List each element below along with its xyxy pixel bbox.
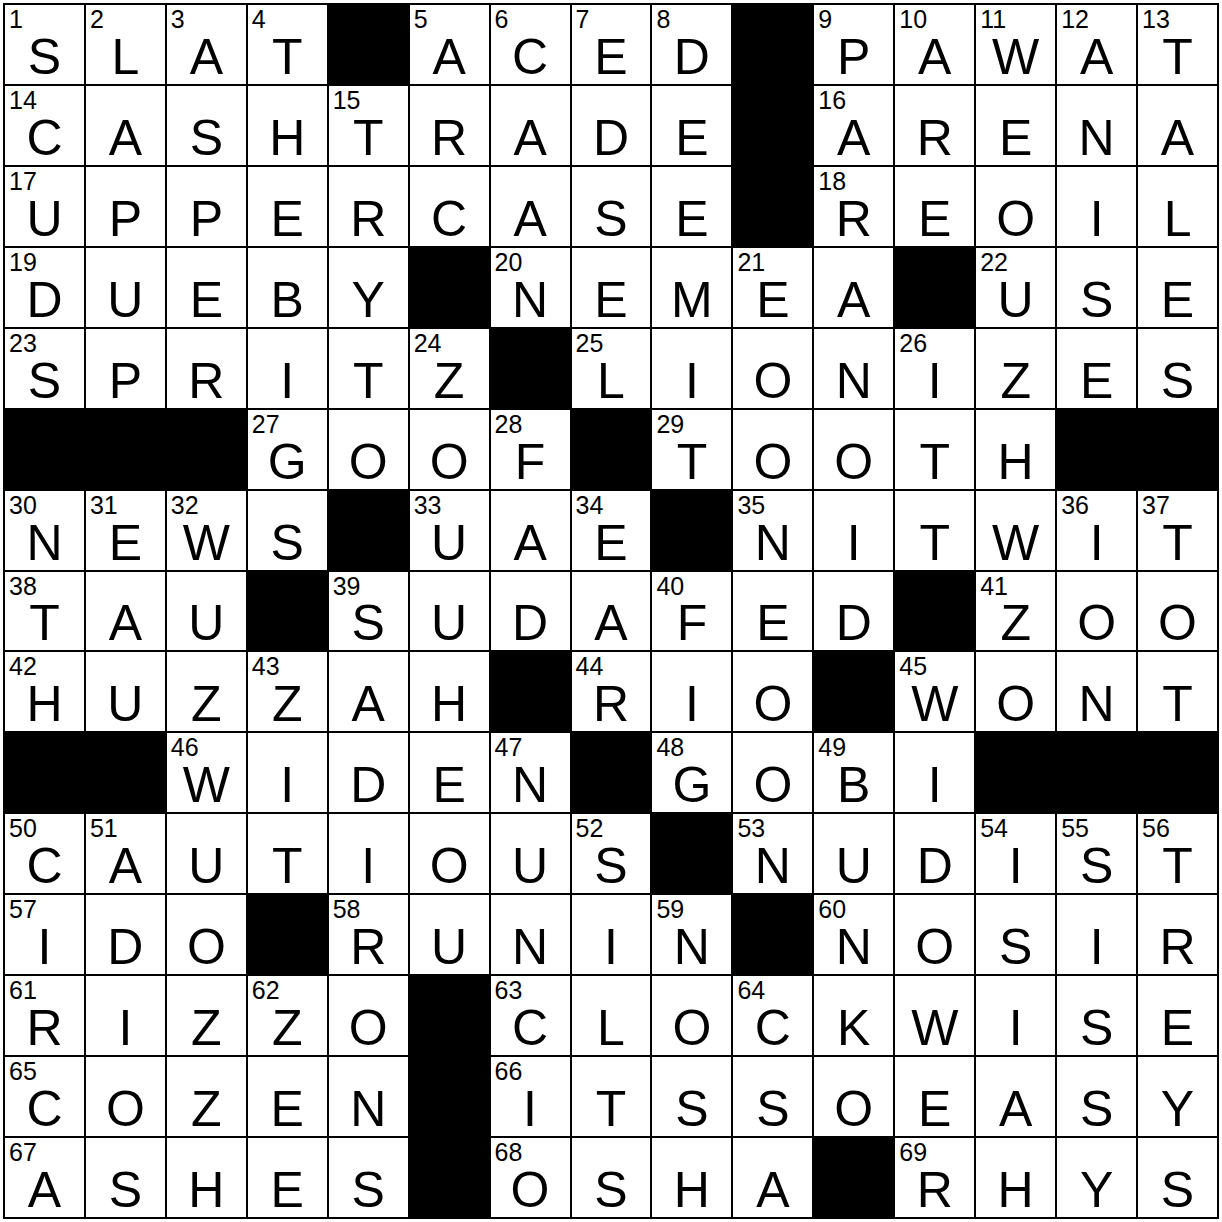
- grid-cell[interactable]: R: [167, 329, 246, 408]
- grid-cell[interactable]: S: [167, 86, 246, 165]
- cell-letter: E: [248, 194, 327, 244]
- grid-cell[interactable]: S: [652, 1057, 731, 1136]
- grid-cell[interactable]: D: [491, 572, 570, 651]
- grid-cell[interactable]: S: [248, 491, 327, 570]
- grid-cell[interactable]: 35N: [733, 491, 812, 570]
- grid-cell[interactable]: E: [410, 733, 489, 812]
- cell-letter: L: [1138, 194, 1217, 244]
- cell-letter: E: [572, 275, 651, 325]
- cell-letter: S: [86, 1165, 165, 1215]
- cell-letter: A: [814, 275, 893, 325]
- grid-cell[interactable]: 39S: [329, 572, 408, 651]
- cell-letter: E: [895, 194, 974, 244]
- grid-cell[interactable]: 52S: [572, 814, 651, 893]
- grid-cell[interactable]: S: [572, 1138, 651, 1217]
- cell-letter: D: [572, 113, 651, 163]
- grid-cell[interactable]: Z: [976, 329, 1055, 408]
- cell-letter: W: [976, 32, 1055, 82]
- grid-cell[interactable]: U: [410, 895, 489, 974]
- cell-letter: O: [895, 922, 974, 972]
- grid-cell[interactable]: I: [1057, 167, 1136, 246]
- clue-number: 3: [171, 6, 185, 32]
- grid-cell[interactable]: O: [733, 329, 812, 408]
- grid-cell[interactable]: N: [1057, 86, 1136, 165]
- grid-cell[interactable]: U: [491, 814, 570, 893]
- grid-cell[interactable]: A: [491, 86, 570, 165]
- grid-cell[interactable]: 64C: [733, 976, 812, 1055]
- grid-cell[interactable]: S: [329, 1138, 408, 1217]
- grid-cell[interactable]: L: [1138, 167, 1217, 246]
- cell-letter: U: [167, 841, 246, 891]
- cell-letter: A: [86, 841, 165, 891]
- grid-cell[interactable]: Z: [167, 652, 246, 731]
- grid-cell[interactable]: E: [976, 86, 1055, 165]
- cell-letter: H: [976, 437, 1055, 487]
- grid-cell[interactable]: E: [895, 1057, 974, 1136]
- cell-letter: Z: [976, 356, 1055, 406]
- grid-cell[interactable]: P: [167, 167, 246, 246]
- cell-letter: T: [652, 437, 731, 487]
- grid-cell[interactable]: 56T: [1138, 814, 1217, 893]
- grid-cell[interactable]: O: [976, 167, 1055, 246]
- grid-cell[interactable]: 20N: [491, 248, 570, 327]
- cell-letter: U: [167, 598, 246, 648]
- grid-cell[interactable]: 24Z: [410, 329, 489, 408]
- grid-cell[interactable]: R: [1138, 895, 1217, 974]
- grid-cell[interactable]: S: [1057, 1057, 1136, 1136]
- clue-number: 37: [1142, 492, 1170, 518]
- grid-cell[interactable]: I: [248, 733, 327, 812]
- cell-letter: A: [491, 194, 570, 244]
- cell-letter: E: [733, 275, 812, 325]
- grid-cell[interactable]: N: [1057, 652, 1136, 731]
- grid-cell[interactable]: E: [572, 248, 651, 327]
- grid-cell[interactable]: R: [895, 86, 974, 165]
- grid-cell[interactable]: 46W: [167, 733, 246, 812]
- grid-cell[interactable]: E: [1138, 248, 1217, 327]
- grid-cell[interactable]: W: [976, 491, 1055, 570]
- grid-cell[interactable]: O: [410, 814, 489, 893]
- grid-cell[interactable]: 63C: [491, 976, 570, 1055]
- grid-cell[interactable]: 18R: [814, 167, 893, 246]
- cell-letter: I: [329, 841, 408, 891]
- clue-number: 4: [252, 6, 266, 32]
- grid-cell[interactable]: 8D: [652, 5, 731, 84]
- clue-number: 32: [171, 492, 199, 518]
- cell-letter: L: [86, 32, 165, 82]
- cell-letter: U: [976, 275, 1055, 325]
- grid-cell[interactable]: E: [895, 167, 974, 246]
- grid-cell[interactable]: N: [814, 329, 893, 408]
- cell-letter: F: [652, 598, 731, 648]
- grid-cell[interactable]: 66I: [491, 1057, 570, 1136]
- cell-letter: N: [1057, 679, 1136, 729]
- grid-cell[interactable]: E: [248, 1138, 327, 1217]
- black-cell: [1057, 733, 1136, 812]
- grid-cell[interactable]: T: [895, 491, 974, 570]
- grid-cell[interactable]: 31E: [86, 491, 165, 570]
- cell-letter: N: [733, 841, 812, 891]
- grid-cell[interactable]: 61R: [5, 976, 84, 1055]
- cell-letter: S: [1057, 275, 1136, 325]
- cell-letter: T: [1138, 518, 1217, 568]
- cell-letter: P: [86, 194, 165, 244]
- grid-cell[interactable]: O: [1138, 572, 1217, 651]
- grid-cell[interactable]: U: [410, 572, 489, 651]
- grid-cell[interactable]: W: [895, 976, 974, 1055]
- grid-cell[interactable]: 47N: [491, 733, 570, 812]
- grid-cell[interactable]: 11W: [976, 5, 1055, 84]
- grid-cell[interactable]: 17U: [5, 167, 84, 246]
- grid-cell[interactable]: 3A: [167, 5, 246, 84]
- grid-cell[interactable]: L: [572, 976, 651, 1055]
- grid-cell[interactable]: 33U: [410, 491, 489, 570]
- cell-letter: I: [1057, 194, 1136, 244]
- grid-cell[interactable]: 15T: [329, 86, 408, 165]
- grid-cell[interactable]: E: [1138, 976, 1217, 1055]
- grid-cell[interactable]: 37T: [1138, 491, 1217, 570]
- grid-cell[interactable]: D: [814, 572, 893, 651]
- cell-letter: N: [5, 518, 84, 568]
- cell-letter: O: [329, 437, 408, 487]
- cell-letter: S: [1138, 356, 1217, 406]
- grid-cell[interactable]: 6C: [491, 5, 570, 84]
- grid-cell[interactable]: A: [491, 491, 570, 570]
- grid-cell[interactable]: 30N: [5, 491, 84, 570]
- grid-cell[interactable]: 10A: [895, 5, 974, 84]
- cell-letter: A: [895, 32, 974, 82]
- grid-cell[interactable]: 5A: [410, 5, 489, 84]
- clue-number: 33: [414, 492, 442, 518]
- cell-letter: T: [5, 598, 84, 648]
- grid-cell[interactable]: I: [895, 733, 974, 812]
- cell-letter: H: [5, 679, 84, 729]
- grid-cell[interactable]: O: [86, 1057, 165, 1136]
- cell-letter: R: [5, 1003, 84, 1053]
- grid-cell[interactable]: O: [733, 410, 812, 489]
- grid-cell[interactable]: 28F: [491, 410, 570, 489]
- cell-letter: A: [814, 113, 893, 163]
- cell-letter: T: [895, 437, 974, 487]
- black-cell: [1057, 410, 1136, 489]
- grid-cell[interactable]: 48G: [652, 733, 731, 812]
- cell-letter: H: [167, 1165, 246, 1215]
- grid-cell[interactable]: S: [86, 1138, 165, 1217]
- grid-cell[interactable]: H: [976, 1138, 1055, 1217]
- grid-cell[interactable]: A: [572, 572, 651, 651]
- grid-cell[interactable]: 44R: [572, 652, 651, 731]
- grid-cell[interactable]: R: [329, 167, 408, 246]
- cell-letter: Y: [1057, 1165, 1136, 1215]
- grid-cell[interactable]: 45W: [895, 652, 974, 731]
- grid-cell[interactable]: O: [814, 1057, 893, 1136]
- grid-cell[interactable]: 42H: [5, 652, 84, 731]
- cell-letter: D: [329, 760, 408, 810]
- black-cell: [733, 895, 812, 974]
- grid-cell[interactable]: 34E: [572, 491, 651, 570]
- grid-cell[interactable]: S: [1138, 329, 1217, 408]
- grid-cell[interactable]: 68O: [491, 1138, 570, 1217]
- clue-number: 29: [656, 411, 684, 437]
- grid-cell[interactable]: I: [329, 814, 408, 893]
- cell-letter: Y: [1138, 1084, 1217, 1134]
- grid-cell[interactable]: I: [652, 652, 731, 731]
- grid-cell[interactable]: O: [733, 733, 812, 812]
- grid-cell[interactable]: D: [895, 814, 974, 893]
- cell-letter: S: [1057, 841, 1136, 891]
- grid-cell[interactable]: H: [652, 1138, 731, 1217]
- grid-cell[interactable]: K: [814, 976, 893, 1055]
- grid-cell[interactable]: N: [491, 895, 570, 974]
- cell-letter: C: [410, 194, 489, 244]
- grid-cell[interactable]: 2L: [86, 5, 165, 84]
- grid-cell[interactable]: 67A: [5, 1138, 84, 1217]
- grid-cell[interactable]: U: [167, 572, 246, 651]
- grid-cell[interactable]: A: [329, 652, 408, 731]
- grid-cell[interactable]: O: [167, 895, 246, 974]
- grid-cell[interactable]: H: [976, 410, 1055, 489]
- grid-cell[interactable]: S: [1057, 976, 1136, 1055]
- clue-number: 31: [90, 492, 118, 518]
- grid-cell[interactable]: 26I: [895, 329, 974, 408]
- grid-cell[interactable]: I: [1057, 895, 1136, 974]
- grid-cell[interactable]: O: [895, 895, 974, 974]
- cell-letter: O: [733, 356, 812, 406]
- grid-cell[interactable]: 13T: [1138, 5, 1217, 84]
- grid-cell[interactable]: D: [86, 895, 165, 974]
- cell-letter: S: [329, 598, 408, 648]
- clue-number: 30: [9, 492, 37, 518]
- grid-cell[interactable]: A: [976, 1057, 1055, 1136]
- grid-cell[interactable]: 65C: [5, 1057, 84, 1136]
- grid-cell[interactable]: H: [248, 86, 327, 165]
- grid-cell[interactable]: 4T: [248, 5, 327, 84]
- grid-cell[interactable]: D: [572, 86, 651, 165]
- cell-letter: S: [733, 1084, 812, 1134]
- grid-cell[interactable]: 16A: [814, 86, 893, 165]
- grid-cell[interactable]: 59N: [652, 895, 731, 974]
- grid-cell[interactable]: T: [248, 814, 327, 893]
- grid-cell[interactable]: O: [1057, 572, 1136, 651]
- grid-cell[interactable]: E: [1057, 329, 1136, 408]
- cell-letter: O: [733, 679, 812, 729]
- black-cell: [5, 733, 84, 812]
- cell-letter: R: [329, 194, 408, 244]
- cell-letter: I: [1057, 518, 1136, 568]
- grid-cell[interactable]: H: [410, 652, 489, 731]
- grid-cell[interactable]: 36I: [1057, 491, 1136, 570]
- grid-cell[interactable]: 1S: [5, 5, 84, 84]
- cell-letter: R: [814, 194, 893, 244]
- cell-letter: I: [652, 679, 731, 729]
- grid-cell[interactable]: A: [814, 248, 893, 327]
- crossword-board: 1S2L3A4T5A6C7E8D9P10A11W12A13T14CASH15TR…: [3, 3, 1219, 1219]
- grid-cell[interactable]: 60N: [814, 895, 893, 974]
- grid-cell[interactable]: U: [814, 814, 893, 893]
- grid-cell[interactable]: A: [86, 86, 165, 165]
- grid-cell[interactable]: U: [86, 248, 165, 327]
- grid-cell[interactable]: B: [248, 248, 327, 327]
- cell-letter: T: [1138, 32, 1217, 82]
- grid-cell[interactable]: I: [572, 895, 651, 974]
- grid-cell[interactable]: 57I: [5, 895, 84, 974]
- grid-cell[interactable]: R: [410, 86, 489, 165]
- grid-cell[interactable]: P: [86, 329, 165, 408]
- cell-letter: A: [410, 32, 489, 82]
- grid-cell[interactable]: E: [167, 248, 246, 327]
- black-cell: [572, 410, 651, 489]
- black-cell: [733, 167, 812, 246]
- grid-cell[interactable]: A: [733, 1138, 812, 1217]
- black-cell: [167, 410, 246, 489]
- grid-cell[interactable]: N: [329, 1057, 408, 1136]
- grid-cell[interactable]: U: [167, 814, 246, 893]
- cell-letter: I: [491, 1084, 570, 1134]
- cell-letter: R: [895, 1165, 974, 1215]
- grid-cell[interactable]: 14C: [5, 86, 84, 165]
- grid-cell[interactable]: T: [329, 329, 408, 408]
- grid-cell[interactable]: 62Z: [248, 976, 327, 1055]
- grid-cell[interactable]: 58R: [329, 895, 408, 974]
- grid-cell[interactable]: 12A: [1057, 5, 1136, 84]
- grid-cell[interactable]: 51A: [86, 814, 165, 893]
- grid-cell[interactable]: O: [652, 976, 731, 1055]
- grid-cell[interactable]: 25L: [572, 329, 651, 408]
- cell-letter: O: [86, 1084, 165, 1134]
- cell-letter: R: [895, 113, 974, 163]
- cell-letter: E: [976, 113, 1055, 163]
- grid-cell[interactable]: I: [86, 976, 165, 1055]
- grid-cell[interactable]: 21E: [733, 248, 812, 327]
- grid-cell[interactable]: O: [814, 410, 893, 489]
- grid-cell[interactable]: Z: [167, 1057, 246, 1136]
- grid-cell[interactable]: 27G: [248, 410, 327, 489]
- clue-number: 6: [495, 6, 509, 32]
- grid-cell[interactable]: I: [976, 976, 1055, 1055]
- grid-cell[interactable]: E: [248, 167, 327, 246]
- grid-cell[interactable]: I: [652, 329, 731, 408]
- grid-cell[interactable]: D: [329, 733, 408, 812]
- cell-letter: H: [410, 679, 489, 729]
- grid-cell[interactable]: T: [895, 410, 974, 489]
- grid-cell[interactable]: Y: [1057, 1138, 1136, 1217]
- grid-cell[interactable]: 50C: [5, 814, 84, 893]
- grid-cell[interactable]: U: [86, 652, 165, 731]
- grid-cell[interactable]: 29T: [652, 410, 731, 489]
- cell-letter: Y: [329, 275, 408, 325]
- clue-number: 66: [495, 1058, 523, 1084]
- grid-cell[interactable]: E: [248, 1057, 327, 1136]
- grid-cell[interactable]: 32W: [167, 491, 246, 570]
- black-cell: [410, 1138, 489, 1217]
- grid-cell[interactable]: P: [86, 167, 165, 246]
- grid-cell[interactable]: S: [1057, 248, 1136, 327]
- grid-cell[interactable]: I: [248, 329, 327, 408]
- cell-letter: S: [1138, 1165, 1217, 1215]
- cell-letter: D: [5, 275, 84, 325]
- black-cell: [895, 248, 974, 327]
- grid-cell[interactable]: A: [1138, 86, 1217, 165]
- grid-cell[interactable]: S: [572, 167, 651, 246]
- cell-letter: K: [814, 1003, 893, 1053]
- black-cell: [1138, 410, 1217, 489]
- grid-cell[interactable]: T: [1138, 652, 1217, 731]
- grid-cell[interactable]: S: [1138, 1138, 1217, 1217]
- cell-letter: Z: [167, 1084, 246, 1134]
- clue-number: 35: [737, 492, 765, 518]
- cell-letter: I: [895, 760, 974, 810]
- cell-letter: I: [652, 356, 731, 406]
- cell-letter: D: [895, 841, 974, 891]
- grid-cell[interactable]: 38T: [5, 572, 84, 651]
- grid-cell[interactable]: H: [167, 1138, 246, 1217]
- grid-cell[interactable]: 53N: [733, 814, 812, 893]
- cell-letter: S: [572, 194, 651, 244]
- grid-cell[interactable]: 43Z: [248, 652, 327, 731]
- grid-cell[interactable]: A: [491, 167, 570, 246]
- grid-cell[interactable]: O: [733, 652, 812, 731]
- grid-cell[interactable]: 19D: [5, 248, 84, 327]
- grid-cell[interactable]: 40F: [652, 572, 731, 651]
- grid-cell[interactable]: E: [652, 86, 731, 165]
- grid-cell[interactable]: O: [976, 652, 1055, 731]
- cell-letter: H: [248, 113, 327, 163]
- clue-number: 5: [414, 6, 428, 32]
- grid-cell[interactable]: 54I: [976, 814, 1055, 893]
- grid-cell[interactable]: A: [86, 572, 165, 651]
- cell-letter: I: [814, 518, 893, 568]
- grid-cell[interactable]: 7E: [572, 5, 651, 84]
- grid-cell[interactable]: 55S: [1057, 814, 1136, 893]
- grid-cell[interactable]: O: [410, 410, 489, 489]
- cell-letter: O: [167, 922, 246, 972]
- clue-number: 34: [576, 492, 604, 518]
- cell-letter: N: [814, 356, 893, 406]
- cell-letter: O: [976, 194, 1055, 244]
- cell-letter: A: [572, 598, 651, 648]
- cell-letter: U: [86, 275, 165, 325]
- grid-cell[interactable]: 9P: [814, 5, 893, 84]
- cell-letter: E: [572, 518, 651, 568]
- grid-cell[interactable]: M: [652, 248, 731, 327]
- grid-cell[interactable]: O: [329, 410, 408, 489]
- grid-cell[interactable]: Z: [167, 976, 246, 1055]
- grid-cell[interactable]: S: [976, 895, 1055, 974]
- grid-cell[interactable]: 23S: [5, 329, 84, 408]
- grid-cell[interactable]: E: [733, 572, 812, 651]
- grid-cell[interactable]: Y: [329, 248, 408, 327]
- grid-cell[interactable]: 22U: [976, 248, 1055, 327]
- cell-letter: Z: [976, 598, 1055, 648]
- clue-number: 9: [818, 6, 832, 32]
- grid-cell[interactable]: 69R: [895, 1138, 974, 1217]
- grid-cell[interactable]: C: [410, 167, 489, 246]
- cell-letter: D: [814, 598, 893, 648]
- grid-cell[interactable]: 41Z: [976, 572, 1055, 651]
- grid-cell[interactable]: E: [652, 167, 731, 246]
- cell-letter: A: [491, 518, 570, 568]
- cell-letter: T: [1138, 841, 1217, 891]
- black-cell: [329, 5, 408, 84]
- cell-letter: S: [329, 1165, 408, 1215]
- grid-cell[interactable]: T: [572, 1057, 651, 1136]
- cell-letter: A: [167, 32, 246, 82]
- grid-cell[interactable]: S: [733, 1057, 812, 1136]
- grid-cell[interactable]: O: [329, 976, 408, 1055]
- grid-cell[interactable]: Y: [1138, 1057, 1217, 1136]
- grid-cell[interactable]: 49B: [814, 733, 893, 812]
- grid-cell[interactable]: I: [814, 491, 893, 570]
